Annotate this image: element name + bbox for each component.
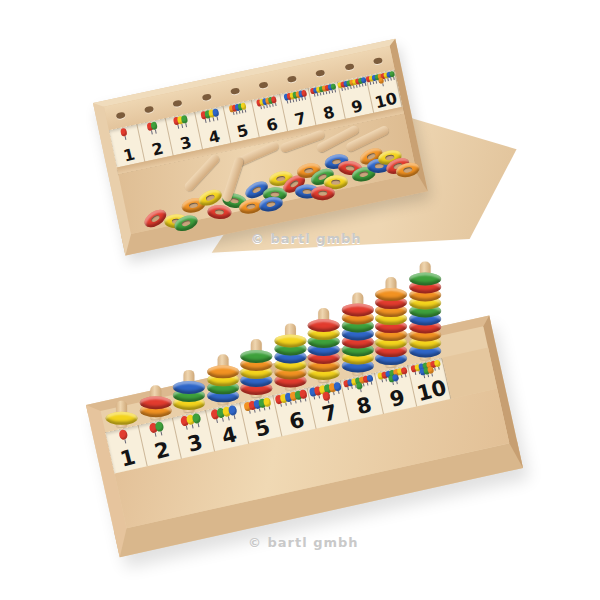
ring-orange	[375, 288, 407, 301]
tile-number: 2	[150, 141, 165, 159]
tile-number: 8	[354, 394, 373, 418]
wooden-dowel	[183, 153, 221, 193]
blue-balloon	[228, 405, 238, 416]
balloon-cluster	[181, 414, 200, 426]
watermark-text: © bartl gmbh	[248, 535, 359, 550]
tile-number: 2	[152, 439, 171, 463]
tile-number: 3	[179, 134, 194, 152]
red-balloon	[299, 389, 308, 399]
green-balloon	[389, 71, 395, 78]
peg-hole	[201, 93, 211, 101]
balloon-cluster	[119, 430, 127, 439]
loose-ring-red	[207, 205, 232, 220]
green-balloon	[331, 83, 337, 90]
tile-number: 1	[121, 147, 136, 165]
tile-number: 9	[350, 98, 365, 116]
green-balloon	[151, 121, 159, 130]
balloon-cluster	[150, 422, 163, 432]
tile-number: 7	[293, 110, 308, 128]
red-balloon	[271, 96, 277, 104]
balloon-cluster	[148, 122, 157, 131]
peg-hole	[173, 99, 183, 107]
tile-number: 4	[220, 424, 239, 448]
red-balloon	[118, 429, 128, 440]
red-balloon	[120, 128, 128, 137]
peg-hole	[316, 69, 326, 77]
tile-number: 5	[236, 122, 251, 140]
peg-hole	[287, 75, 297, 83]
loose-ring-red	[310, 185, 334, 200]
ring-orange	[207, 365, 239, 378]
tile-number: 1	[119, 447, 138, 471]
balloon-cluster	[174, 116, 187, 126]
tile-number: 8	[321, 104, 336, 122]
green-balloon	[181, 115, 189, 124]
balloon-cluster	[311, 84, 336, 97]
balloon-cluster	[366, 72, 395, 86]
balloon-cluster	[230, 103, 246, 114]
balloon-cluster	[257, 97, 276, 109]
tile-number: 5	[253, 417, 272, 441]
view-open-box: 12345678910 © bartl gmbh	[55, 25, 565, 280]
green-balloon	[155, 421, 165, 432]
ring-red	[342, 304, 374, 317]
peg-hole	[116, 112, 126, 120]
tile-number: 6	[264, 116, 279, 134]
tile-number: 7	[321, 402, 340, 426]
yellow-balloon	[263, 397, 272, 407]
tile-number: 6	[287, 409, 306, 433]
balloon-cluster	[121, 129, 127, 138]
red-balloon	[301, 89, 307, 97]
balloon-cluster	[339, 78, 367, 91]
balloon-cluster	[284, 91, 306, 103]
peg-hole	[344, 63, 354, 71]
view-assembled-tray: 12345678910 © bartl gmbh	[50, 285, 570, 585]
tile-number: 3	[186, 432, 205, 456]
ring-red	[308, 319, 340, 332]
peg-hole	[144, 106, 154, 114]
ring-red	[139, 396, 171, 409]
tile-number: 9	[388, 387, 407, 411]
peg-hole	[230, 87, 240, 95]
loose-ring-blue	[258, 194, 284, 213]
watermark-text: © bartl gmbh	[251, 231, 362, 246]
balloon-cluster	[201, 109, 218, 120]
ring-yellow	[106, 412, 138, 425]
sorting-tray: 12345678910	[86, 316, 523, 558]
tile-number: 4	[207, 128, 222, 146]
ring-yellow	[274, 334, 306, 347]
peg-hole	[259, 81, 269, 89]
ring-blue	[173, 381, 205, 394]
ring-green	[409, 273, 441, 286]
yellow-balloon	[434, 359, 441, 367]
yellow-balloon	[241, 102, 247, 110]
peg-hole	[373, 57, 383, 65]
ring-green	[241, 350, 273, 363]
blue-balloon	[366, 374, 373, 382]
